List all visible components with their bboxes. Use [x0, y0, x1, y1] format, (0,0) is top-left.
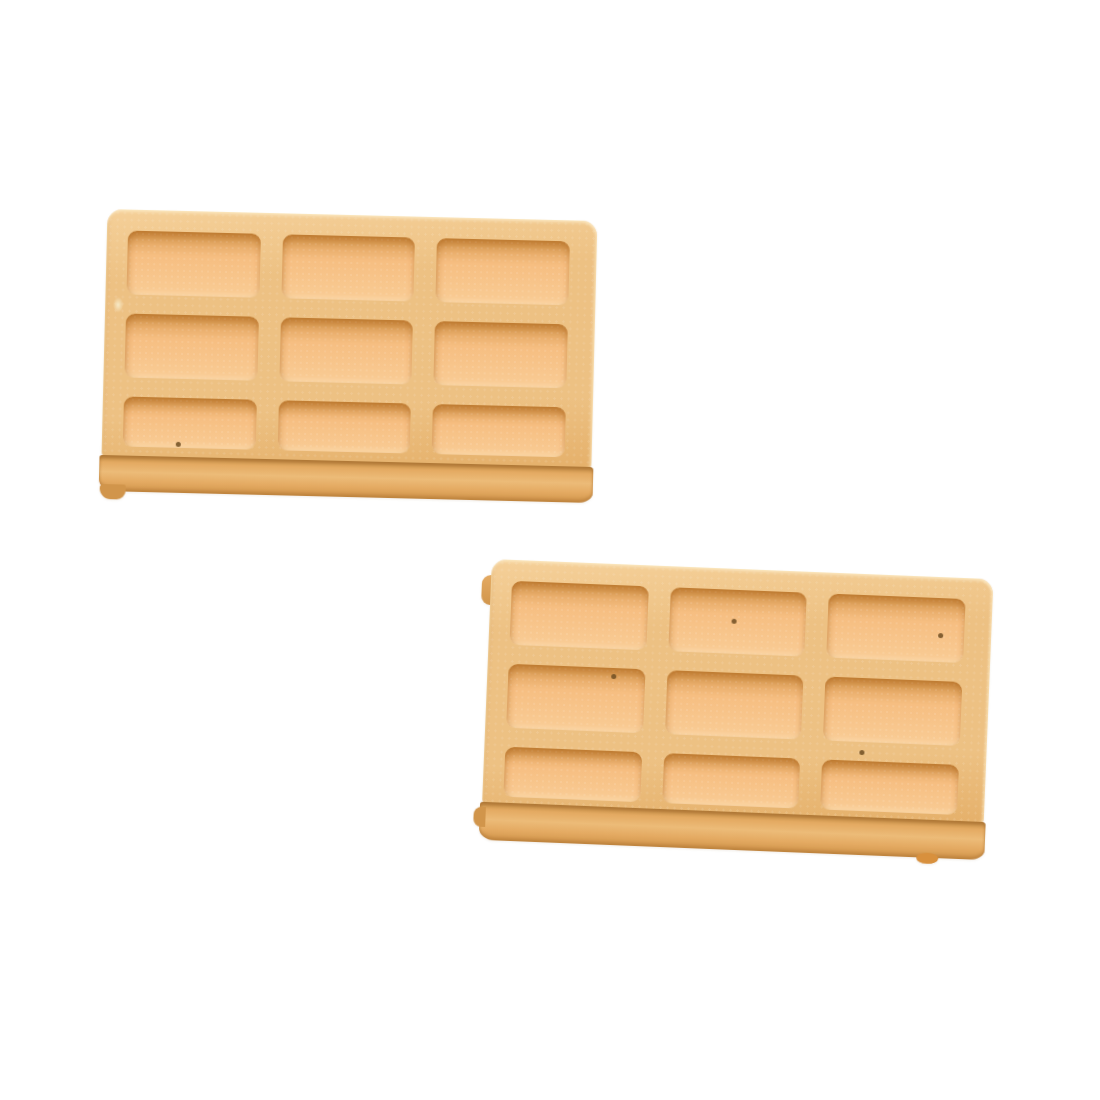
pocket-r2c2 — [665, 670, 804, 739]
pocket-r3c1 — [123, 397, 257, 450]
pocket-r2c3 — [823, 677, 962, 746]
pocket-r3c3 — [432, 404, 566, 457]
pocket-r2c2 — [279, 317, 413, 384]
pocket-r1c3 — [436, 238, 570, 305]
pocket-r1c2 — [281, 234, 415, 301]
pocket-r2c1 — [506, 664, 645, 733]
pocket-r1c3 — [827, 594, 966, 663]
pocket-r3c1 — [503, 747, 642, 802]
product-photo-scene — [0, 0, 1100, 1100]
crumb-speck — [938, 633, 943, 638]
pocket-r3c3 — [820, 759, 959, 814]
pocket-r1c1 — [509, 581, 648, 650]
pocket-r1c2 — [668, 587, 807, 656]
pocket-r3c2 — [277, 400, 411, 453]
pocket-r2c3 — [434, 321, 568, 388]
pocket-r3c2 — [662, 753, 801, 808]
glossy-drip-highlight — [113, 297, 123, 312]
pocket-r1c1 — [126, 231, 260, 298]
pocket-r2c1 — [124, 314, 258, 381]
waffle-top-left — [101, 209, 598, 505]
waffle-top-left-face — [101, 209, 597, 469]
waffle-bottom-right — [481, 559, 994, 862]
waffle-bottom-right-face — [482, 559, 993, 824]
crumb-speck — [176, 442, 181, 447]
